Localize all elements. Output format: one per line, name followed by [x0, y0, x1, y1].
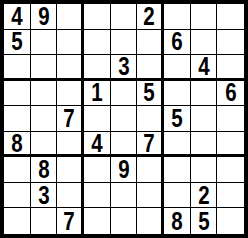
cell-r2c2[interactable] [31, 30, 58, 56]
cell-r4c9[interactable]: 6 [217, 81, 244, 107]
cell-r8c7[interactable] [164, 183, 191, 209]
cell-r3c8[interactable]: 4 [191, 55, 218, 81]
given-digit: 6 [171, 30, 182, 55]
cell-r1c7[interactable] [164, 4, 191, 30]
cell-r3c7[interactable] [164, 55, 191, 81]
cell-r7c6[interactable] [137, 157, 164, 183]
given-digit: 6 [225, 81, 236, 106]
cell-r4c6[interactable]: 5 [137, 81, 164, 107]
given-digit: 2 [198, 183, 209, 208]
cell-r2c8[interactable] [191, 30, 218, 56]
given-digit: 5 [171, 106, 182, 131]
cell-r1c3[interactable] [57, 4, 84, 30]
cell-r3c4[interactable] [84, 55, 111, 81]
cell-r1c2[interactable]: 9 [31, 4, 58, 30]
given-digit: 5 [143, 81, 154, 106]
cell-r1c5[interactable] [111, 4, 138, 30]
cell-r7c5[interactable]: 9 [111, 157, 138, 183]
cell-r6c3[interactable] [57, 132, 84, 158]
cell-r7c3[interactable] [57, 157, 84, 183]
cell-r6c7[interactable] [164, 132, 191, 158]
given-digit: 3 [38, 183, 49, 208]
cell-r9c3[interactable]: 7 [57, 208, 84, 234]
cell-r6c9[interactable] [217, 132, 244, 158]
cell-r8c8[interactable]: 2 [191, 183, 218, 209]
cell-r9c7[interactable]: 8 [164, 208, 191, 234]
cell-r5c7[interactable]: 5 [164, 106, 191, 132]
cell-r1c6[interactable]: 2 [137, 4, 164, 30]
cell-r8c4[interactable] [84, 183, 111, 209]
cell-r3c2[interactable] [31, 55, 58, 81]
cell-r5c2[interactable] [31, 106, 58, 132]
given-digit: 7 [143, 132, 154, 156]
cell-r5c6[interactable] [137, 106, 164, 132]
cell-r4c1[interactable] [4, 81, 31, 107]
cell-r4c2[interactable] [31, 81, 58, 107]
cell-r6c1[interactable]: 8 [4, 132, 31, 158]
cell-r2c7[interactable]: 6 [164, 30, 191, 56]
cell-r3c6[interactable] [137, 55, 164, 81]
cell-r9c8[interactable]: 5 [191, 208, 218, 234]
given-digit: 4 [198, 55, 209, 79]
given-digit: 4 [11, 4, 22, 29]
cell-r2c3[interactable] [57, 30, 84, 56]
cell-r1c4[interactable] [84, 4, 111, 30]
given-digit: 8 [38, 157, 49, 182]
cell-r7c1[interactable] [4, 157, 31, 183]
given-digit: 4 [91, 132, 102, 156]
given-digit: 7 [63, 106, 74, 131]
given-digit: 9 [38, 4, 49, 29]
cell-r8c2[interactable]: 3 [31, 183, 58, 209]
cell-r6c5[interactable] [111, 132, 138, 158]
given-digit: 5 [11, 30, 22, 55]
cell-r7c2[interactable]: 8 [31, 157, 58, 183]
cell-r2c4[interactable] [84, 30, 111, 56]
cell-r1c8[interactable] [191, 4, 218, 30]
cell-r2c5[interactable] [111, 30, 138, 56]
cell-r4c4[interactable]: 1 [84, 81, 111, 107]
cell-r5c8[interactable] [191, 106, 218, 132]
cell-r6c6[interactable]: 7 [137, 132, 164, 158]
given-digit: 3 [118, 55, 129, 79]
cell-r8c6[interactable] [137, 183, 164, 209]
cell-r4c3[interactable] [57, 81, 84, 107]
cell-r2c1[interactable]: 5 [4, 30, 31, 56]
cell-r9c9[interactable] [217, 208, 244, 234]
cell-r9c5[interactable] [111, 208, 138, 234]
given-digit: 2 [143, 4, 154, 29]
given-digit: 8 [171, 209, 182, 234]
cell-r9c2[interactable] [31, 208, 58, 234]
cell-r6c4[interactable]: 4 [84, 132, 111, 158]
cell-r7c7[interactable] [164, 157, 191, 183]
given-digit: 5 [198, 209, 209, 234]
given-digit: 7 [63, 209, 74, 234]
cell-r7c8[interactable] [191, 157, 218, 183]
cell-r5c4[interactable] [84, 106, 111, 132]
cell-r8c9[interactable] [217, 183, 244, 209]
cell-r9c4[interactable] [84, 208, 111, 234]
cell-r3c5[interactable]: 3 [111, 55, 138, 81]
cell-r1c9[interactable] [217, 4, 244, 30]
cell-r4c8[interactable] [191, 81, 218, 107]
given-digit: 1 [91, 81, 102, 106]
cell-r4c5[interactable] [111, 81, 138, 107]
given-digit: 8 [11, 132, 22, 156]
given-digit: 9 [118, 157, 129, 182]
cell-r3c3[interactable] [57, 55, 84, 81]
cell-r5c9[interactable] [217, 106, 244, 132]
cell-r2c9[interactable] [217, 30, 244, 56]
cell-r3c9[interactable] [217, 55, 244, 81]
cell-r1c1[interactable]: 4 [4, 4, 31, 30]
cell-r7c4[interactable] [84, 157, 111, 183]
cell-r9c6[interactable] [137, 208, 164, 234]
sudoku-board: 4925634156758478932785 [0, 0, 248, 238]
cell-r7c9[interactable] [217, 157, 244, 183]
cell-r6c8[interactable] [191, 132, 218, 158]
cell-r6c2[interactable] [31, 132, 58, 158]
cell-r3c1[interactable] [4, 55, 31, 81]
cell-r9c1[interactable] [4, 208, 31, 234]
cell-r2c6[interactable] [137, 30, 164, 56]
cell-r8c3[interactable] [57, 183, 84, 209]
cell-r5c1[interactable] [4, 106, 31, 132]
cell-r5c3[interactable]: 7 [57, 106, 84, 132]
cell-r8c5[interactable] [111, 183, 138, 209]
cell-r5c5[interactable] [111, 106, 138, 132]
cell-r8c1[interactable] [4, 183, 31, 209]
cell-r4c7[interactable] [164, 81, 191, 107]
